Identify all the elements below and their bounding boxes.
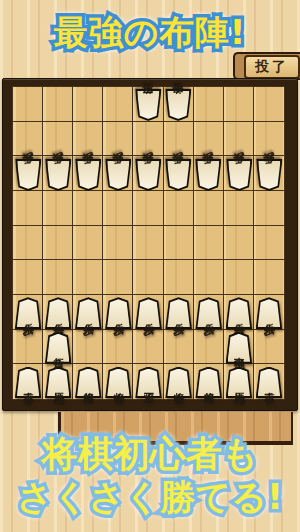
board-cell[interactable] <box>224 191 254 226</box>
piece-kanji: 歩兵 <box>165 300 191 329</box>
board-cell[interactable] <box>103 330 133 365</box>
caption-line-1-text: 将棋初心者も <box>42 433 259 474</box>
piece-kanji: 歩兵 <box>195 159 221 188</box>
title-banner: 最強の布陣! 最強の布陣! <box>0 10 300 56</box>
piece-white-pawn[interactable]: 歩兵 <box>15 159 41 191</box>
board-cell[interactable] <box>103 191 133 226</box>
piece-black-king[interactable]: 王将 <box>135 367 161 399</box>
piece-white-pawn[interactable]: 歩兵 <box>226 159 252 191</box>
board-cell[interactable] <box>194 87 224 122</box>
piece-black-pawn[interactable]: 歩兵 <box>195 297 221 329</box>
piece-kanji: 歩兵 <box>15 300 41 329</box>
piece-kanji: 歩兵 <box>135 300 161 329</box>
board-cell[interactable] <box>13 122 43 157</box>
board-cell[interactable] <box>73 87 103 122</box>
board-cell[interactable] <box>133 260 163 295</box>
piece-kanji: 歩兵 <box>256 159 282 188</box>
board-cell[interactable] <box>43 260 73 295</box>
piece-kanji: 金将 <box>165 370 191 399</box>
caption-line-1: 将棋初心者も 将棋初心者も <box>0 430 300 479</box>
board-cell[interactable] <box>103 122 133 157</box>
board-cell[interactable] <box>254 226 284 261</box>
piece-white-pawn[interactable]: 歩兵 <box>135 159 161 191</box>
piece-kanji: 歩兵 <box>135 159 161 188</box>
piece-kanji: 王将 <box>135 370 161 399</box>
board-cell[interactable] <box>254 330 284 365</box>
piece-white-pawn[interactable]: 歩兵 <box>105 159 131 191</box>
piece-kanji: 歩兵 <box>256 300 282 329</box>
board-cell[interactable] <box>133 330 163 365</box>
caption-line-2-text: さくさく勝てる! <box>17 477 283 517</box>
board-cell[interactable] <box>43 122 73 157</box>
board-cell[interactable] <box>133 226 163 261</box>
board-cell[interactable] <box>164 260 194 295</box>
board-cell[interactable] <box>13 191 43 226</box>
board-cell[interactable] <box>73 260 103 295</box>
board-cell[interactable] <box>194 260 224 295</box>
piece-kanji: 金将 <box>165 89 191 118</box>
piece-black-pawn[interactable]: 歩兵 <box>256 297 282 329</box>
board-cell[interactable] <box>254 260 284 295</box>
page-title: 最強の布陣! <box>54 12 246 52</box>
piece-black-gold[interactable]: 金将 <box>165 367 191 399</box>
shogi-board-frame: 王将金将歩兵歩兵歩兵歩兵歩兵歩兵歩兵歩兵歩兵歩兵歩兵歩兵歩兵歩兵歩兵歩兵歩兵歩兵… <box>2 78 298 411</box>
piece-kanji: 歩兵 <box>105 159 131 188</box>
board-cell[interactable] <box>164 226 194 261</box>
board-cell[interactable] <box>164 122 194 157</box>
board-cell[interactable] <box>194 226 224 261</box>
piece-black-bishop[interactable]: 角行 <box>45 332 71 364</box>
board-cell[interactable] <box>224 87 254 122</box>
board-cell[interactable] <box>103 260 133 295</box>
piece-kanji: 香車 <box>15 370 41 399</box>
piece-kanji: 王将 <box>135 89 161 118</box>
board-cell[interactable] <box>194 191 224 226</box>
piece-white-pawn[interactable]: 歩兵 <box>195 159 221 191</box>
board-cell[interactable] <box>194 330 224 365</box>
board-cell[interactable] <box>224 260 254 295</box>
piece-kanji: 歩兵 <box>165 159 191 188</box>
piece-kanji: 歩兵 <box>75 300 101 329</box>
board-cell[interactable] <box>164 330 194 365</box>
board-cell[interactable] <box>43 191 73 226</box>
resign-button[interactable]: 投了 <box>244 55 300 79</box>
board-cell[interactable] <box>254 122 284 157</box>
board-cell[interactable] <box>254 87 284 122</box>
piece-black-pawn[interactable]: 歩兵 <box>45 297 71 329</box>
piece-kanji: 歩兵 <box>15 159 41 188</box>
board-cell[interactable] <box>194 122 224 157</box>
piece-black-pawn[interactable]: 歩兵 <box>165 297 191 329</box>
piece-kanji: 歩兵 <box>226 300 252 329</box>
board-cell[interactable] <box>103 87 133 122</box>
piece-kanji: 歩兵 <box>226 159 252 188</box>
piece-white-king[interactable]: 王将 <box>135 89 161 121</box>
piece-kanji: 歩兵 <box>45 159 71 188</box>
piece-kanji: 歩兵 <box>45 300 71 329</box>
piece-black-lance[interactable]: 香車 <box>15 367 41 399</box>
board-cell[interactable] <box>13 226 43 261</box>
board-cell[interactable] <box>73 122 103 157</box>
board-cell[interactable] <box>133 191 163 226</box>
resign-tab: 投了 <box>233 52 300 80</box>
piece-black-lance[interactable]: 香車 <box>256 367 282 399</box>
board-cell[interactable] <box>73 191 103 226</box>
piece-kanji: 金将 <box>105 370 131 399</box>
piece-black-silver[interactable]: 銀将 <box>195 367 221 399</box>
board-cell[interactable] <box>73 226 103 261</box>
piece-white-pawn[interactable]: 歩兵 <box>256 159 282 191</box>
board-cell[interactable] <box>13 330 43 365</box>
piece-kanji: 銀将 <box>75 370 101 399</box>
piece-black-pawn[interactable]: 歩兵 <box>15 297 41 329</box>
piece-kanji: 角行 <box>45 335 71 364</box>
piece-kanji: 飛車 <box>226 335 252 364</box>
piece-white-pawn[interactable]: 歩兵 <box>165 159 191 191</box>
piece-black-pawn[interactable]: 歩兵 <box>226 297 252 329</box>
piece-kanji: 歩兵 <box>105 300 131 329</box>
piece-kanji: 銀将 <box>195 370 221 399</box>
piece-black-pawn[interactable]: 歩兵 <box>135 297 161 329</box>
board-cell[interactable] <box>73 330 103 365</box>
board-cell[interactable] <box>13 87 43 122</box>
board-cell[interactable] <box>254 191 284 226</box>
piece-white-pawn[interactable]: 歩兵 <box>45 159 71 191</box>
piece-white-pawn[interactable]: 歩兵 <box>75 159 101 191</box>
piece-black-gold[interactable]: 金将 <box>105 367 131 399</box>
piece-kanji: 桂馬 <box>45 370 71 399</box>
piece-kanji: 歩兵 <box>75 159 101 188</box>
piece-black-pawn[interactable]: 歩兵 <box>105 297 131 329</box>
piece-black-silver[interactable]: 銀将 <box>75 367 101 399</box>
board-cell[interactable] <box>43 226 73 261</box>
board-cell[interactable] <box>103 226 133 261</box>
shogi-board: 王将金将歩兵歩兵歩兵歩兵歩兵歩兵歩兵歩兵歩兵歩兵歩兵歩兵歩兵歩兵歩兵歩兵歩兵歩兵… <box>12 86 285 400</box>
piece-kanji: 歩兵 <box>195 300 221 329</box>
board-cell[interactable] <box>133 122 163 157</box>
app-screen: 最強の布陣! 最強の布陣! 投了 王将金将歩兵歩兵歩兵歩兵歩兵歩兵歩兵歩兵歩兵歩… <box>0 0 300 532</box>
caption-line-2: さくさく勝てる! さくさく勝てる! <box>0 474 300 521</box>
board-cell[interactable] <box>164 191 194 226</box>
piece-kanji: 香車 <box>256 370 282 399</box>
board-cell[interactable] <box>224 122 254 157</box>
board-cell[interactable] <box>43 87 73 122</box>
piece-black-knight[interactable]: 桂馬 <box>45 367 71 399</box>
piece-black-pawn[interactable]: 歩兵 <box>75 297 101 329</box>
piece-white-gold[interactable]: 金将 <box>165 89 191 121</box>
piece-black-knight[interactable]: 桂馬 <box>226 367 252 399</box>
piece-black-rook[interactable]: 飛車 <box>226 332 252 364</box>
board-cell[interactable] <box>224 226 254 261</box>
board-cell[interactable] <box>13 260 43 295</box>
piece-kanji: 桂馬 <box>226 370 252 399</box>
